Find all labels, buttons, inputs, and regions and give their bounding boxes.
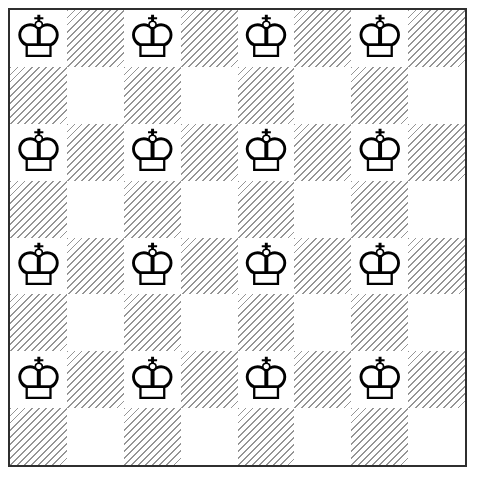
square-a2[interactable]: ♔ <box>10 351 67 408</box>
square-d7[interactable] <box>181 67 238 124</box>
piece-white-king-icon: ♔ <box>12 351 64 407</box>
square-a1[interactable] <box>10 408 67 465</box>
square-b2[interactable] <box>67 351 124 408</box>
square-f4[interactable] <box>294 238 351 295</box>
square-c8[interactable]: ♔ <box>124 10 181 67</box>
piece-white-king-icon: ♔ <box>126 238 178 294</box>
piece-white-king-icon: ♔ <box>354 124 406 180</box>
square-g1[interactable] <box>351 408 408 465</box>
square-e4[interactable]: ♔ <box>238 238 295 295</box>
square-e1[interactable] <box>238 408 295 465</box>
square-d3[interactable] <box>181 294 238 351</box>
square-h7[interactable] <box>408 67 465 124</box>
square-e2[interactable]: ♔ <box>238 351 295 408</box>
piece-white-king-icon: ♔ <box>240 238 292 294</box>
piece-white-king-icon: ♔ <box>126 10 178 66</box>
square-e8[interactable]: ♔ <box>238 10 295 67</box>
piece-white-king-icon: ♔ <box>240 10 292 66</box>
piece-white-king-icon: ♔ <box>240 124 292 180</box>
square-a4[interactable]: ♔ <box>10 238 67 295</box>
square-f1[interactable] <box>294 408 351 465</box>
piece-white-king-icon: ♔ <box>240 351 292 407</box>
square-f6[interactable] <box>294 124 351 181</box>
square-f3[interactable] <box>294 294 351 351</box>
square-c5[interactable] <box>124 181 181 238</box>
square-b5[interactable] <box>67 181 124 238</box>
square-a7[interactable] <box>10 67 67 124</box>
piece-white-king-icon: ♔ <box>354 238 406 294</box>
square-a5[interactable] <box>10 181 67 238</box>
square-b1[interactable] <box>67 408 124 465</box>
square-d1[interactable] <box>181 408 238 465</box>
square-c6[interactable]: ♔ <box>124 124 181 181</box>
square-h4[interactable] <box>408 238 465 295</box>
piece-white-king-icon: ♔ <box>354 351 406 407</box>
square-f8[interactable] <box>294 10 351 67</box>
square-h6[interactable] <box>408 124 465 181</box>
square-g6[interactable]: ♔ <box>351 124 408 181</box>
square-g7[interactable] <box>351 67 408 124</box>
square-c1[interactable] <box>124 408 181 465</box>
piece-white-king-icon: ♔ <box>12 124 64 180</box>
square-g3[interactable] <box>351 294 408 351</box>
square-f7[interactable] <box>294 67 351 124</box>
square-g2[interactable]: ♔ <box>351 351 408 408</box>
square-d2[interactable] <box>181 351 238 408</box>
piece-white-king-icon: ♔ <box>12 238 64 294</box>
square-b6[interactable] <box>67 124 124 181</box>
piece-white-king-icon: ♔ <box>126 124 178 180</box>
square-g4[interactable]: ♔ <box>351 238 408 295</box>
square-c7[interactable] <box>124 67 181 124</box>
piece-white-king-icon: ♔ <box>12 10 64 66</box>
piece-white-king-icon: ♔ <box>354 10 406 66</box>
square-e6[interactable]: ♔ <box>238 124 295 181</box>
square-f2[interactable] <box>294 351 351 408</box>
square-e3[interactable] <box>238 294 295 351</box>
square-d4[interactable] <box>181 238 238 295</box>
square-a3[interactable] <box>10 294 67 351</box>
square-d8[interactable] <box>181 10 238 67</box>
square-c2[interactable]: ♔ <box>124 351 181 408</box>
square-h3[interactable] <box>408 294 465 351</box>
square-e7[interactable] <box>238 67 295 124</box>
square-h2[interactable] <box>408 351 465 408</box>
square-g8[interactable]: ♔ <box>351 10 408 67</box>
square-h1[interactable] <box>408 408 465 465</box>
square-h8[interactable] <box>408 10 465 67</box>
square-d5[interactable] <box>181 181 238 238</box>
square-b8[interactable] <box>67 10 124 67</box>
square-h5[interactable] <box>408 181 465 238</box>
square-g5[interactable] <box>351 181 408 238</box>
square-c4[interactable]: ♔ <box>124 238 181 295</box>
square-c3[interactable] <box>124 294 181 351</box>
square-a8[interactable]: ♔ <box>10 10 67 67</box>
square-f5[interactable] <box>294 181 351 238</box>
square-b4[interactable] <box>67 238 124 295</box>
piece-white-king-icon: ♔ <box>126 351 178 407</box>
square-e5[interactable] <box>238 181 295 238</box>
square-b7[interactable] <box>67 67 124 124</box>
square-b3[interactable] <box>67 294 124 351</box>
square-d6[interactable] <box>181 124 238 181</box>
chess-board: ♔♔♔♔♔♔♔♔♔♔♔♔♔♔♔♔ <box>8 8 467 467</box>
square-a6[interactable]: ♔ <box>10 124 67 181</box>
